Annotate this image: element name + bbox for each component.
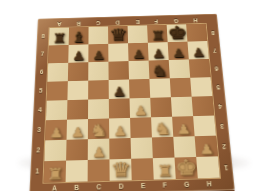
file-label-B: B: [74, 185, 79, 191]
file-label-D: D: [116, 19, 120, 24]
file-label-D: D: [119, 183, 124, 190]
piece-white-pawn-e4[interactable]: ♟: [133, 105, 147, 118]
rank-label-6: 6: [40, 70, 44, 76]
file-label-A: A: [57, 20, 62, 25]
board-frame: ABCDEFGH 87654321 ♜♝♛♜♚♟♟♟♟♟♟♞♟♟♟♟♞♟♞♟♟♟…: [29, 14, 234, 191]
piece-black-pawn-d5[interactable]: ♟: [112, 86, 125, 99]
square-c7[interactable]: ♟: [88, 44, 108, 62]
rank-label-1: 1: [223, 163, 227, 170]
piece-black-pawn-e7[interactable]: ♟: [132, 49, 145, 61]
chess-scene: ABCDEFGH 87654321 ♜♝♛♜♚♟♟♟♟♟♟♞♟♟♟♟♞♟♞♟♟♟…: [33, 1, 227, 191]
file-label-C: C: [96, 184, 101, 191]
square-g3[interactable]: ♟: [172, 116, 195, 137]
piece-white-pawn-d3[interactable]: ♟: [113, 125, 127, 138]
square-b3[interactable]: ♟: [67, 119, 88, 140]
file-label-G: G: [173, 17, 178, 22]
rank-label-2: 2: [36, 148, 40, 155]
square-c8[interactable]: [88, 26, 108, 44]
rank-label-1: 1: [35, 169, 39, 176]
file-label-H: H: [206, 181, 212, 188]
square-f2[interactable]: [152, 137, 175, 158]
square-c4[interactable]: [88, 99, 109, 119]
square-b5[interactable]: [67, 81, 88, 101]
square-a2[interactable]: [44, 140, 66, 161]
square-g4[interactable]: [171, 97, 193, 117]
piece-black-king-g8[interactable]: ♚: [167, 24, 187, 42]
piece-white-rook-a1[interactable]: ♜: [47, 166, 63, 182]
file-label-F: F: [154, 18, 158, 23]
square-b7[interactable]: ♟: [68, 44, 88, 62]
rank-label-5: 5: [216, 83, 220, 89]
square-b6[interactable]: [68, 62, 89, 81]
square-a6[interactable]: [47, 63, 68, 82]
square-g7[interactable]: ♟: [168, 42, 189, 60]
piece-black-pawn-c7[interactable]: ♟: [92, 50, 105, 62]
square-h1[interactable]: [196, 156, 220, 178]
square-g5[interactable]: [170, 78, 192, 97]
file-label-E: E: [135, 18, 139, 23]
piece-white-knight-c3[interactable]: ♞: [90, 122, 107, 139]
piece-white-pawn-c2[interactable]: ♟: [92, 146, 106, 160]
rank-label-7: 7: [40, 52, 44, 58]
piece-white-pawn-a3[interactable]: ♟: [49, 127, 63, 140]
square-e5[interactable]: [129, 79, 150, 98]
square-b1[interactable]: [66, 160, 88, 182]
square-f3[interactable]: ♞: [151, 117, 173, 138]
piece-white-pawn-b3[interactable]: ♟: [70, 126, 84, 139]
piece-black-queen-d8[interactable]: ♛: [109, 27, 128, 44]
square-d4[interactable]: [109, 98, 130, 118]
square-e3[interactable]: [130, 117, 152, 138]
piece-white-pawn-g3[interactable]: ♟: [176, 123, 190, 136]
piece-black-bishop-b8[interactable]: ♝: [71, 30, 87, 45]
rank-label-8: 8: [211, 29, 215, 34]
square-f4[interactable]: [150, 97, 172, 117]
square-a1[interactable]: ♜: [44, 161, 67, 183]
file-label-C: C: [96, 19, 100, 24]
square-e2[interactable]: [131, 137, 153, 158]
square-c3[interactable]: ♞: [88, 118, 109, 139]
file-label-E: E: [141, 183, 146, 190]
square-b8[interactable]: ♝: [69, 27, 89, 45]
square-h7[interactable]: ♟: [187, 41, 208, 59]
square-b4[interactable]: [67, 100, 88, 120]
piece-black-rook-a8[interactable]: ♜: [52, 32, 67, 45]
file-label-G: G: [184, 181, 190, 188]
piece-white-rook-f1[interactable]: ♜: [156, 163, 173, 179]
square-a8[interactable]: ♜: [49, 28, 69, 46]
piece-white-king-g1[interactable]: ♚: [175, 157, 198, 179]
square-f8[interactable]: ♜: [147, 25, 168, 43]
rank-label-6: 6: [214, 65, 218, 71]
rank-label-3: 3: [219, 122, 223, 128]
square-d7[interactable]: [108, 43, 128, 61]
rank-label-4: 4: [218, 103, 222, 109]
rank-label-4: 4: [38, 108, 42, 114]
square-h3[interactable]: [193, 116, 216, 137]
square-d1[interactable]: ♛: [109, 159, 131, 181]
piece-black-pawn-f7[interactable]: ♟: [152, 48, 165, 60]
square-b2[interactable]: [66, 139, 88, 160]
square-a4[interactable]: [46, 100, 67, 120]
file-label-F: F: [163, 182, 168, 189]
piece-black-pawn-h7[interactable]: ♟: [192, 47, 206, 59]
square-c5[interactable]: [88, 80, 109, 100]
square-h6[interactable]: [189, 59, 211, 78]
rank-label-5: 5: [39, 88, 43, 94]
square-d5[interactable]: ♟: [109, 79, 130, 99]
square-d8[interactable]: ♛: [108, 26, 128, 44]
square-h2[interactable]: ♟: [195, 136, 218, 157]
square-f5[interactable]: [149, 78, 171, 97]
rank-label-2: 2: [221, 142, 225, 149]
rank-label-8: 8: [41, 34, 45, 39]
square-c2[interactable]: ♟: [88, 139, 110, 160]
piece-black-knight-f6[interactable]: ♞: [151, 63, 168, 78]
square-a7[interactable]: [48, 45, 68, 63]
square-g6[interactable]: [169, 59, 190, 78]
square-a3[interactable]: ♟: [45, 120, 67, 141]
square-e1[interactable]: [131, 158, 154, 180]
square-g2[interactable]: [173, 136, 196, 157]
square-h4[interactable]: [192, 96, 214, 116]
piece-black-pawn-g7[interactable]: ♟: [172, 48, 186, 60]
piece-white-knight-f3[interactable]: ♞: [153, 120, 171, 137]
piece-black-rook-f8[interactable]: ♜: [150, 29, 165, 42]
square-c1[interactable]: [88, 159, 110, 181]
square-f6[interactable]: ♞: [149, 60, 170, 79]
rank-label-7: 7: [212, 47, 216, 53]
square-g8[interactable]: ♚: [167, 24, 188, 42]
square-a5[interactable]: [47, 81, 68, 101]
board-tilt-wrapper: ABCDEFGH 87654321 ♜♝♛♜♚♟♟♟♟♟♟♞♟♟♟♟♞♟♞♟♟♟…: [29, 14, 234, 191]
square-f7[interactable]: ♟: [148, 42, 169, 60]
square-g1[interactable]: ♚: [175, 157, 198, 179]
rank-label-3: 3: [37, 127, 41, 133]
square-e7[interactable]: ♟: [128, 43, 149, 61]
file-label-A: A: [52, 185, 57, 191]
square-d2[interactable]: [109, 138, 131, 159]
square-h8[interactable]: [186, 24, 207, 42]
square-e8[interactable]: [128, 25, 148, 43]
square-e4[interactable]: ♟: [130, 98, 152, 118]
piece-white-pawn-h2[interactable]: ♟: [199, 143, 214, 157]
square-d6[interactable]: [108, 61, 129, 80]
piece-white-queen-d1[interactable]: ♛: [110, 160, 131, 181]
file-label-H: H: [193, 17, 198, 22]
piece-black-pawn-b7[interactable]: ♟: [72, 51, 85, 63]
chess-board: ♜♝♛♜♚♟♟♟♟♟♟♞♟♟♟♟♞♟♞♟♟♟♜♛♜♚: [44, 24, 220, 183]
square-d3[interactable]: ♟: [109, 118, 131, 139]
square-f1[interactable]: ♜: [153, 158, 176, 180]
square-h5[interactable]: [190, 77, 212, 96]
square-c6[interactable]: [88, 62, 108, 81]
square-e6[interactable]: [129, 61, 150, 80]
file-label-B: B: [77, 20, 81, 25]
